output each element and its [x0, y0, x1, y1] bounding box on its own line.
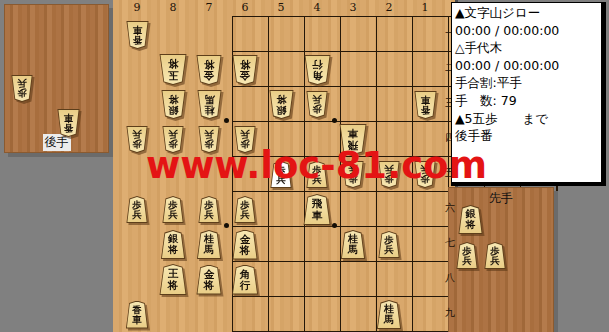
sente-stand-label: 先手 [489, 190, 513, 207]
piece-歩兵-sente[interactable]: 歩兵 [456, 242, 478, 269]
rank-label-9: 九 [444, 306, 456, 320]
piece-桂馬-sente[interactable]: 桂馬 [341, 230, 366, 259]
info-line-0: ▲文字山ジロー [455, 4, 601, 22]
piece-桂馬-sente[interactable]: 桂馬 [197, 230, 222, 259]
info-line-1: 00:00 / 00:00:00 [455, 22, 601, 40]
piece-飛車-sente[interactable]: 飛車 [303, 194, 331, 225]
info-line-3: 00:00 / 00:00:00 [455, 57, 601, 75]
file-label-1: 1 [407, 1, 443, 15]
piece-桂馬-gote[interactable]: 桂馬 [197, 90, 222, 119]
piece-桂馬-sente[interactable]: 桂馬 [377, 300, 402, 329]
board-star-point [224, 223, 229, 228]
file-label-2: 2 [371, 1, 407, 15]
piece-歩兵-sente[interactable]: 歩兵 [484, 242, 506, 269]
info-line-7: 後手番 [455, 127, 601, 145]
piece-銀将-gote[interactable]: 銀将 [269, 90, 294, 119]
piece-銀将-gote[interactable]: 銀将 [161, 90, 186, 119]
piece-金将-sente[interactable]: 金将 [232, 230, 258, 260]
info-line-4: 手合割:平手 [455, 74, 601, 92]
shogi-app-window: 後手 987654321 ▲文字山ジロー00:00 / 00:00:00△手代木… [0, 0, 609, 332]
board-star-point [332, 118, 337, 123]
piece-銀将-sente[interactable]: 銀将 [161, 230, 186, 259]
piece-香車-gote[interactable]: 香車 [126, 21, 149, 49]
info-line-2: △手代木 [455, 39, 601, 57]
piece-香車-sente[interactable]: 香車 [126, 301, 149, 329]
piece-歩兵-gote[interactable]: 歩兵 [126, 126, 148, 153]
file-label-4: 4 [299, 1, 335, 15]
board-star-point [224, 118, 229, 123]
rank-label-8: 八 [444, 271, 456, 285]
file-label-5: 5 [263, 1, 299, 15]
piece-歩兵-sente[interactable]: 歩兵 [162, 196, 184, 223]
file-label-9: 9 [119, 1, 155, 15]
piece-金将-sente[interactable]: 金将 [196, 265, 222, 295]
piece-歩兵-gote[interactable]: 歩兵 [306, 91, 328, 118]
info-line-6: ▲5五歩 まで [455, 110, 601, 128]
rank-label-6: 六 [444, 201, 456, 215]
info-line-5: 手 数: 79 [455, 92, 601, 110]
piece-銀将-sente[interactable]: 銀将 [458, 205, 483, 234]
piece-王将-sente[interactable]: 王将 [159, 264, 187, 295]
piece-歩兵-sente[interactable]: 歩兵 [378, 231, 400, 258]
file-label-6: 6 [227, 1, 263, 15]
piece-金将-gote[interactable]: 金将 [232, 55, 258, 85]
piece-角行-sente[interactable]: 角行 [232, 265, 259, 295]
piece-香車-gote[interactable]: 香車 [57, 109, 80, 137]
board-star-point [332, 223, 337, 228]
piece-角行-gote[interactable]: 角行 [304, 55, 331, 85]
file-label-8: 8 [155, 1, 191, 15]
file-label-3: 3 [335, 1, 371, 15]
watermark-text: www.loc-81.com [146, 144, 487, 187]
piece-歩兵-sente[interactable]: 歩兵 [126, 196, 148, 223]
piece-歩兵-gote[interactable]: 歩兵 [11, 75, 33, 102]
piece-玉将-gote[interactable]: 玉将 [159, 54, 187, 85]
rank-label-7: 七 [444, 236, 456, 250]
file-label-7: 7 [191, 1, 227, 15]
piece-歩兵-sente[interactable]: 歩兵 [198, 196, 220, 223]
piece-歩兵-sente[interactable]: 歩兵 [234, 196, 256, 223]
piece-金将-gote[interactable]: 金将 [196, 55, 222, 85]
piece-香車-gote[interactable]: 香車 [414, 91, 437, 119]
